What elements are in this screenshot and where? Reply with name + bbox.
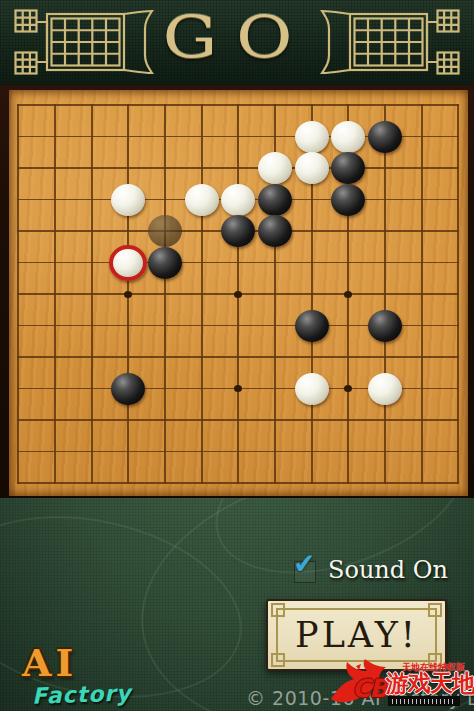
hoshi-point [344, 385, 352, 392]
stone-black [148, 247, 182, 279]
grid-line [17, 419, 459, 421]
stone-white [295, 121, 329, 153]
stone-white [221, 184, 255, 216]
play-button-label: PLAY! [268, 615, 445, 655]
corner-ornament [428, 653, 442, 667]
header: GO [0, 0, 474, 87]
checkmark-icon: ✔ [292, 549, 316, 578]
grid-line [17, 356, 459, 358]
board-frame [0, 85, 474, 498]
sound-label: Sound On [328, 556, 448, 584]
stone-black [295, 310, 329, 342]
stone-black [331, 184, 365, 216]
ai-factory-logo: AI Factory [18, 644, 138, 708]
logo-factory-text: Factory [32, 682, 139, 708]
stone-black [221, 215, 255, 247]
copyright-text: © 2010-16 AI Factory Ltd [246, 687, 474, 709]
hoshi-point [234, 291, 242, 298]
stone-black [258, 184, 292, 216]
grid-line [421, 104, 423, 484]
app-background: GO ✔ Sound On [0, 0, 474, 711]
grid-line [384, 104, 386, 484]
stone-white-last-move [109, 245, 147, 281]
hoshi-point [124, 291, 132, 298]
stone-white [368, 373, 402, 405]
stone-black [258, 215, 292, 247]
stone-black [331, 152, 365, 184]
stone-black [368, 121, 402, 153]
hoshi-point [234, 385, 242, 392]
stone-white [295, 373, 329, 405]
stone-white [258, 152, 292, 184]
grid-line [457, 104, 459, 484]
stone-ghost [148, 215, 182, 247]
logo-ai-text: AI [22, 644, 138, 682]
play-button[interactable]: PLAY! [266, 599, 447, 671]
stone-white [331, 121, 365, 153]
go-board[interactable] [9, 90, 468, 496]
stone-white [295, 152, 329, 184]
hoshi-point [344, 291, 352, 298]
stone-white [111, 184, 145, 216]
grid-line [17, 482, 459, 484]
sound-toggle[interactable]: ✔ Sound On [293, 548, 433, 586]
stone-white [185, 184, 219, 216]
stone-black [111, 373, 145, 405]
grid-line [17, 451, 459, 453]
corner-ornament [271, 653, 285, 667]
lattice-ornament-right [314, 9, 460, 75]
stone-black [368, 310, 402, 342]
